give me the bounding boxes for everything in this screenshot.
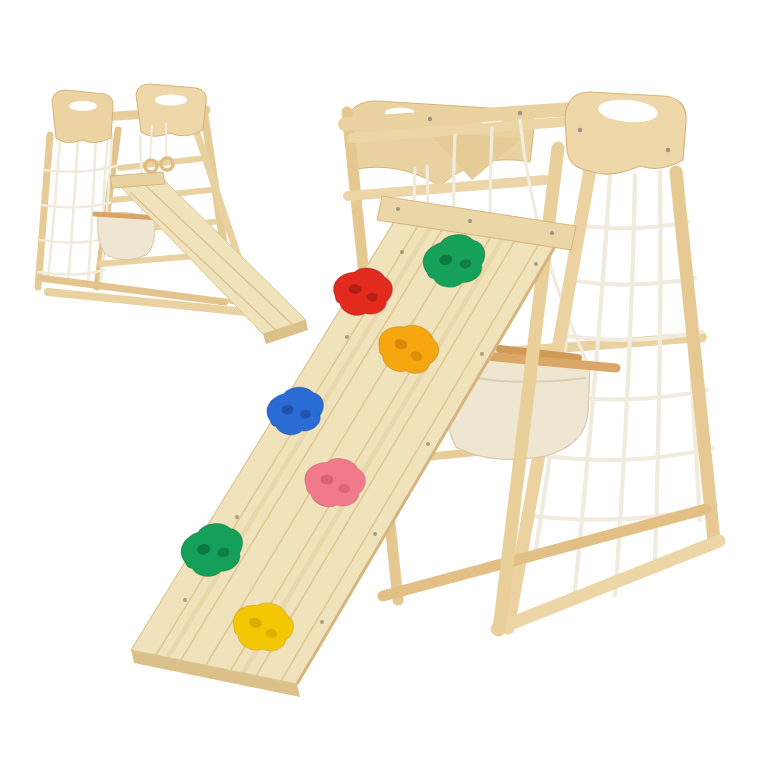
net-rope (42, 202, 112, 207)
top-arch-panel (52, 90, 113, 143)
screw-dot (400, 250, 404, 254)
screw-dot (468, 219, 472, 223)
net-rope (68, 138, 78, 282)
product-photo (0, 0, 768, 768)
screw-dot (235, 515, 239, 519)
screw-dot (666, 148, 670, 152)
net-rope (40, 238, 108, 243)
net-rope (88, 136, 96, 284)
screw-dot (183, 598, 187, 602)
screw-dot (373, 532, 377, 536)
frame-leg (38, 135, 50, 287)
climbing-gym-illustration (0, 0, 768, 768)
main-view (131, 92, 719, 697)
screw-dot (534, 262, 538, 266)
handle-hole (155, 95, 187, 106)
screw-dot (396, 207, 400, 211)
screw-dot (428, 117, 432, 121)
ladder-rung (348, 180, 545, 196)
base-beam-rear (383, 509, 706, 596)
secondary-view (38, 84, 308, 344)
screw-dot (426, 442, 430, 446)
screw-dot (518, 111, 522, 115)
handle-hole (69, 101, 97, 111)
screw-dot (345, 335, 349, 339)
screw-dot (320, 620, 324, 624)
screw-dot (578, 128, 582, 132)
screw-dot (480, 352, 484, 356)
net-rope (655, 172, 660, 560)
screw-dot (550, 231, 554, 235)
top-arch-panel (136, 84, 206, 136)
frame-leg-back-right (676, 172, 714, 540)
